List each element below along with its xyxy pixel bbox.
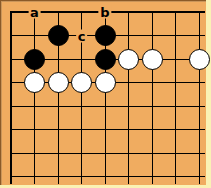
white-stone-c4-r4: [71, 72, 92, 93]
go-diagram-page: abc: [0, 0, 211, 188]
black-stone-c2-r3: [24, 49, 45, 70]
white-stone-c9-r3: [189, 49, 210, 70]
point-label-c: c: [76, 29, 88, 42]
white-stone-c5-r4: [95, 72, 116, 93]
grid-line-vertical-8: [175, 11, 176, 184]
grid-line-horizontal-5: [10, 106, 205, 107]
black-stone-c3-r2: [48, 25, 69, 46]
grid-line-horizontal-7: [10, 153, 205, 154]
grid-line-horizontal-6: [10, 129, 205, 130]
black-stone-c5-r2: [95, 25, 116, 46]
go-board: abc: [0, 0, 206, 185]
white-stone-c6-r3: [118, 49, 139, 70]
point-label-a: a: [28, 6, 41, 19]
grid-line-vertical-7: [152, 11, 153, 184]
grid-line-horizontal-8: [10, 176, 205, 177]
white-stone-c3-r4: [48, 72, 69, 93]
white-stone-c7-r3: [142, 49, 163, 70]
point-label-b: b: [98, 6, 111, 19]
grid-line-vertical-2: [34, 11, 35, 184]
grid-line-vertical-6: [128, 11, 129, 184]
white-stone-c2-r4: [24, 72, 45, 93]
grid-line-vertical-9: [199, 11, 200, 184]
grid-line-vertical-1: [10, 11, 12, 184]
black-stone-c5-r3: [95, 49, 116, 70]
